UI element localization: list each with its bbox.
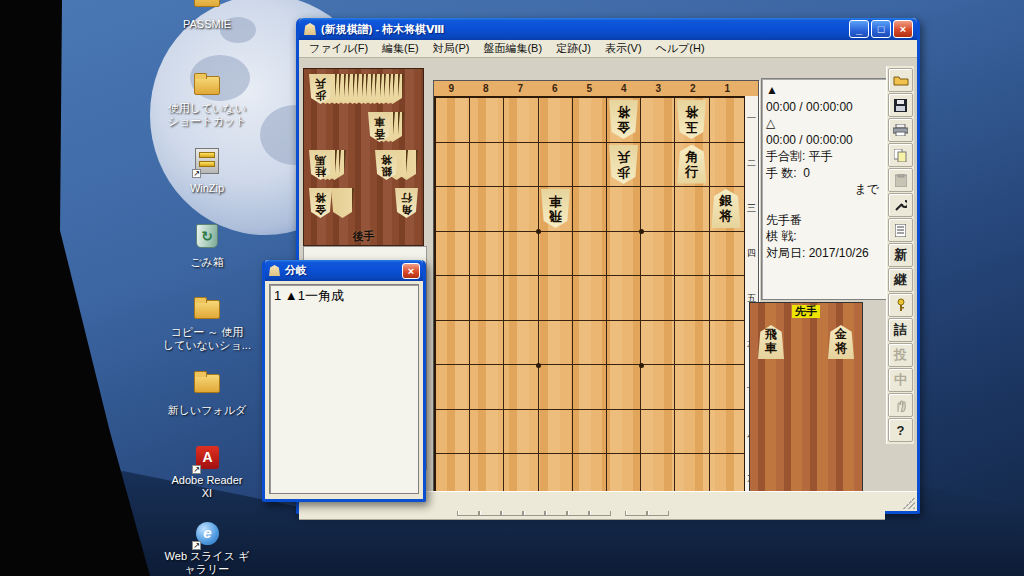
board-cell[interactable] [675, 365, 709, 410]
board-cell[interactable] [675, 232, 709, 277]
print-button[interactable] [888, 118, 913, 142]
board-cell[interactable] [607, 187, 641, 232]
board-cell[interactable] [710, 98, 744, 143]
file-label: 6 [538, 81, 573, 96]
board-cell[interactable] [573, 98, 607, 143]
branch-dialog-title: 分岐 [285, 263, 402, 278]
desktop-icon-copy-unused[interactable]: コピー ～ 使用 していないショ... [159, 296, 255, 353]
board-cell[interactable] [675, 321, 709, 366]
shogi-piece-gote[interactable]: 歩兵 [609, 145, 638, 184]
close-button[interactable]: × [893, 20, 913, 38]
star-point [536, 363, 541, 368]
gote-hand-金将-x2[interactable]: 金将 [309, 188, 354, 219]
handicap-value: 平手 [809, 149, 833, 163]
shogi-piece-sente[interactable]: 銀将 [712, 189, 741, 228]
desktop-icon-winzip[interactable]: ↗ WinZip [159, 148, 255, 196]
shogi-piece-gote[interactable]: 玉将 [677, 100, 706, 139]
board-cell[interactable] [641, 321, 675, 366]
board-cell[interactable] [539, 98, 573, 143]
board-cell[interactable] [573, 365, 607, 410]
hand-piece-front: 歩兵 [309, 74, 332, 104]
desktop-icon-web-slice[interactable]: e ↗ Web スライス ギ ャラリー [159, 520, 255, 576]
star-point [639, 229, 644, 234]
board-cell[interactable] [675, 276, 709, 321]
file-label: 2 [676, 81, 711, 96]
resize-grip[interactable] [903, 497, 915, 509]
hand-piece-front: 銀将 [375, 150, 398, 180]
star-point [639, 363, 644, 368]
recycle-bin-icon: ↻ [192, 222, 222, 250]
file-label: 1 [710, 81, 745, 96]
branch-dialog-titlebar[interactable]: 分岐 × [265, 260, 423, 281]
help-button[interactable]: ? [888, 418, 913, 442]
desktop-icon-passmie[interactable]: PASSMIE [159, 0, 255, 32]
gote-hand-香車-x4[interactable]: 香車 [368, 112, 405, 143]
rank-label: 四 [745, 231, 758, 276]
board-cell[interactable] [573, 187, 607, 232]
gote-mark: △ [766, 115, 883, 132]
board-cell[interactable] [539, 365, 573, 410]
menu-board-edit[interactable]: 盤面編集(B) [477, 40, 548, 57]
icon-label: ごみ箱 [190, 256, 224, 269]
board-cell[interactable] [539, 276, 573, 321]
settings-wrench-button[interactable] [888, 193, 913, 217]
kifu-list-button[interactable] [888, 218, 913, 242]
board-cell[interactable] [436, 187, 470, 232]
desktop-icon-unused-shortcuts[interactable]: 使用していない ショートカット [159, 72, 255, 129]
board-cell[interactable] [436, 98, 470, 143]
shogi-piece-sente[interactable]: 角行 [677, 145, 706, 184]
board-cell[interactable] [641, 276, 675, 321]
app-icon-shogi-piece [303, 22, 317, 36]
hint-key-button[interactable] [888, 293, 913, 317]
monitor-bezel [0, 516, 120, 576]
internet-explorer-icon: e ↗ [192, 520, 222, 548]
handicap-line: 手合割: 平手 [766, 148, 883, 165]
shogi-piece-gote[interactable]: 金将 [609, 100, 638, 139]
winzip-icon: ↗ [192, 148, 222, 176]
folder-icon [192, 370, 222, 398]
stacked-piece [331, 188, 354, 218]
board-cell[interactable]: 金将 [607, 98, 641, 143]
board-cell[interactable]: 銀将 [710, 187, 744, 232]
board-cell[interactable]: 飛車 [539, 187, 573, 232]
copy-button[interactable] [888, 143, 913, 167]
board-cell[interactable] [539, 232, 573, 277]
icon-label: コピー ～ 使用 していないショ... [163, 326, 251, 352]
side-toolbar: 新 継 詰 投 中 ? [886, 66, 914, 444]
sente-turn-label: 先手 [792, 305, 820, 318]
board-cell[interactable] [607, 365, 641, 410]
board-cell[interactable] [710, 365, 744, 410]
minimize-button[interactable]: _ [849, 20, 869, 38]
sente-hand-金将[interactable]: 金将 [828, 325, 854, 359]
file-label: 3 [641, 81, 676, 96]
branch-move-item[interactable]: 1 ▲1一角成 [274, 287, 414, 305]
board-cell[interactable] [470, 232, 504, 277]
menu-view[interactable]: 表示(V) [599, 40, 648, 57]
board-cell[interactable] [470, 365, 504, 410]
board-cell[interactable] [539, 410, 573, 455]
board-cell[interactable] [436, 143, 470, 188]
shogi-piece-gote[interactable]: 飛車 [541, 189, 570, 228]
event-line: 棋 戦: [766, 228, 883, 245]
board-cell[interactable] [436, 410, 470, 455]
board-frame: 金将玉将歩兵角行飛車銀将 [434, 96, 746, 501]
board-cell[interactable] [641, 143, 675, 188]
sente-time: 00:00 / 00:00:00 [766, 99, 883, 116]
menu-help[interactable]: ヘルプ(H) [650, 40, 711, 57]
tsume-button[interactable]: 詰 [888, 318, 913, 342]
file-label: 4 [607, 81, 642, 96]
app-icon-shogi-piece [268, 264, 281, 277]
board-cell[interactable] [436, 365, 470, 410]
shortcut-arrow-icon: ↗ [192, 169, 201, 178]
board-cell[interactable] [710, 410, 744, 455]
turn-indicator: 先手番 [766, 212, 883, 229]
board-cell[interactable] [436, 232, 470, 277]
icon-label: PASSMIE [183, 18, 231, 31]
date-line: 対局日: 2017/10/26 [766, 245, 883, 262]
board-cell[interactable] [641, 98, 675, 143]
folder-icon [192, 72, 222, 100]
rank-label: 一 [745, 96, 758, 141]
menu-file[interactable]: ファイル(F) [303, 40, 374, 57]
hand-piece-front: 香車 [368, 112, 391, 142]
paste-button[interactable] [888, 168, 913, 192]
new-game-button[interactable]: 新 [888, 243, 913, 267]
menu-joseki[interactable]: 定跡(J) [550, 40, 597, 57]
desktop-icon-adobe-reader[interactable]: A ↗ Adobe Reader XI [159, 444, 255, 501]
board-cell[interactable] [641, 410, 675, 455]
board-cell[interactable] [504, 410, 538, 455]
date-value: 2017/10/26 [809, 246, 869, 260]
rank-label: 三 [745, 186, 758, 231]
icon-label: Adobe Reader XI [172, 474, 243, 500]
icon-label: WinZip [190, 182, 224, 195]
move-count-line: 手 数: 0 [766, 165, 883, 182]
title-bar[interactable]: (新規棋譜) - 柿木将棋Ⅷ _ □ × [299, 18, 917, 40]
file-label: 7 [503, 81, 538, 96]
board-cell[interactable] [504, 98, 538, 143]
shogi-board-panel: 987654321 金将玉将歩兵角行飛車銀将 一二三四五六七八九 [433, 80, 759, 505]
gote-piece-stand: 歩兵香車桂馬銀将金将角行後手 [303, 68, 424, 246]
menu-bar: ファイル(F) 編集(E) 対局(P) 盤面編集(B) 定跡(J) 表示(V) … [299, 40, 917, 58]
branch-dialog: 分岐 × 1 ▲1一角成 [262, 260, 426, 502]
board-cell[interactable] [539, 143, 573, 188]
board-cell[interactable] [470, 321, 504, 366]
board-cell[interactable] [607, 321, 641, 366]
board-cell[interactable] [573, 410, 607, 455]
resign-button[interactable]: 投 [888, 343, 913, 367]
icon-label: 新しいフォルダ [168, 404, 247, 417]
board-cell[interactable] [470, 276, 504, 321]
icon-label: Web スライス ギ ャラリー [165, 550, 250, 576]
file-coordinates: 987654321 [434, 81, 758, 96]
board-cell[interactable] [641, 365, 675, 410]
board-cell[interactable] [573, 276, 607, 321]
shortcut-arrow-icon: ↗ [192, 541, 201, 550]
board-cell[interactable] [607, 410, 641, 455]
board-cell[interactable] [504, 365, 538, 410]
shortcut-arrow-icon: ↗ [192, 465, 201, 474]
gote-time: 00:00 / 00:00:00 [766, 132, 883, 149]
menu-edit[interactable]: 編集(E) [376, 40, 425, 57]
star-point [536, 229, 541, 234]
shogi-board-grid: 金将玉将歩兵角行飛車銀将 [436, 98, 744, 499]
file-label: 9 [434, 81, 469, 96]
sente-piece-stand: 先手 飛車金将 [749, 302, 863, 498]
board-cell[interactable] [470, 98, 504, 143]
gote-hand-銀将-x3[interactable]: 銀将 [375, 150, 418, 181]
board-cell[interactable] [573, 321, 607, 366]
hand-piece-front: 桂馬 [309, 150, 332, 180]
desktop-icon-new-folder[interactable]: 新しいフォルダ [159, 370, 255, 418]
hand-piece-front: 角行 [395, 188, 418, 218]
menu-game[interactable]: 対局(P) [427, 40, 476, 57]
gote-hand-桂馬-x4[interactable]: 桂馬 [309, 150, 346, 181]
board-cell[interactable] [573, 232, 607, 277]
branch-list: 1 ▲1一角成 [269, 284, 419, 494]
board-cell[interactable] [607, 276, 641, 321]
wait-hand-button[interactable] [888, 393, 913, 417]
save-button[interactable] [888, 93, 913, 117]
made-label: まで [766, 181, 883, 198]
board-cell[interactable] [504, 276, 538, 321]
board-cell[interactable] [504, 232, 538, 277]
board-cell[interactable] [710, 143, 744, 188]
board-cell[interactable]: 角行 [675, 143, 709, 188]
board-cell[interactable] [641, 187, 675, 232]
board-cell[interactable] [675, 187, 709, 232]
gote-stand-label: 後手 [304, 229, 423, 244]
maximize-button[interactable]: □ [871, 20, 891, 38]
hand-piece-front: 金将 [309, 188, 332, 218]
sente-mark: ▲ [766, 82, 883, 99]
interrupt-button[interactable]: 中 [888, 368, 913, 392]
window-title: (新規棋譜) - 柿木将棋Ⅷ [321, 22, 849, 37]
board-cell[interactable] [504, 187, 538, 232]
gote-hand-角行-x1[interactable]: 角行 [395, 188, 418, 219]
desktop-icon-recycle-bin[interactable]: ↻ ごみ箱 [159, 222, 255, 270]
move-count-value: 0 [803, 166, 810, 180]
branch-close-button[interactable]: × [402, 263, 420, 279]
board-cell[interactable] [710, 232, 744, 277]
board-cell[interactable] [470, 143, 504, 188]
rank-label: 二 [745, 141, 758, 186]
board-cell[interactable]: 玉将 [675, 98, 709, 143]
continue-game-button[interactable]: 継 [888, 268, 913, 292]
open-file-button[interactable] [888, 68, 913, 92]
game-info-panel: ▲ 00:00 / 00:00:00 △ 00:00 / 00:00:00 手合… [761, 78, 888, 300]
board-cell[interactable] [504, 321, 538, 366]
folder-icon [192, 296, 222, 324]
board-cell[interactable] [436, 276, 470, 321]
board-cell[interactable] [504, 143, 538, 188]
board-cell[interactable] [436, 321, 470, 366]
board-cell[interactable] [470, 187, 504, 232]
board-cell[interactable] [710, 321, 744, 366]
board-cell[interactable] [641, 232, 675, 277]
gote-hand-歩兵-x17[interactable]: 歩兵 [309, 74, 404, 105]
board-cell[interactable]: 歩兵 [607, 143, 641, 188]
folder-icon [192, 0, 222, 12]
icon-label: 使用していない ショートカット [168, 102, 247, 128]
board-cell[interactable] [573, 143, 607, 188]
file-label: 8 [469, 81, 504, 96]
adobe-reader-icon: A ↗ [192, 444, 222, 472]
board-cell[interactable] [710, 276, 744, 321]
board-cell[interactable] [470, 410, 504, 455]
board-cell[interactable] [675, 410, 709, 455]
file-label: 5 [572, 81, 607, 96]
board-cell[interactable] [607, 232, 641, 277]
board-cell[interactable] [539, 321, 573, 366]
sente-hand-pieces: 飛車金将 [758, 325, 854, 359]
sente-hand-飛車[interactable]: 飛車 [758, 325, 784, 359]
